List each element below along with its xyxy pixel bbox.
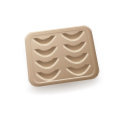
pan-inner-plateau xyxy=(29,28,95,83)
baking-pan xyxy=(24,24,101,88)
cavity-grid xyxy=(31,30,93,82)
crescent-cavity xyxy=(64,62,94,78)
crescent-cavity xyxy=(34,67,64,84)
scene xyxy=(0,0,120,120)
